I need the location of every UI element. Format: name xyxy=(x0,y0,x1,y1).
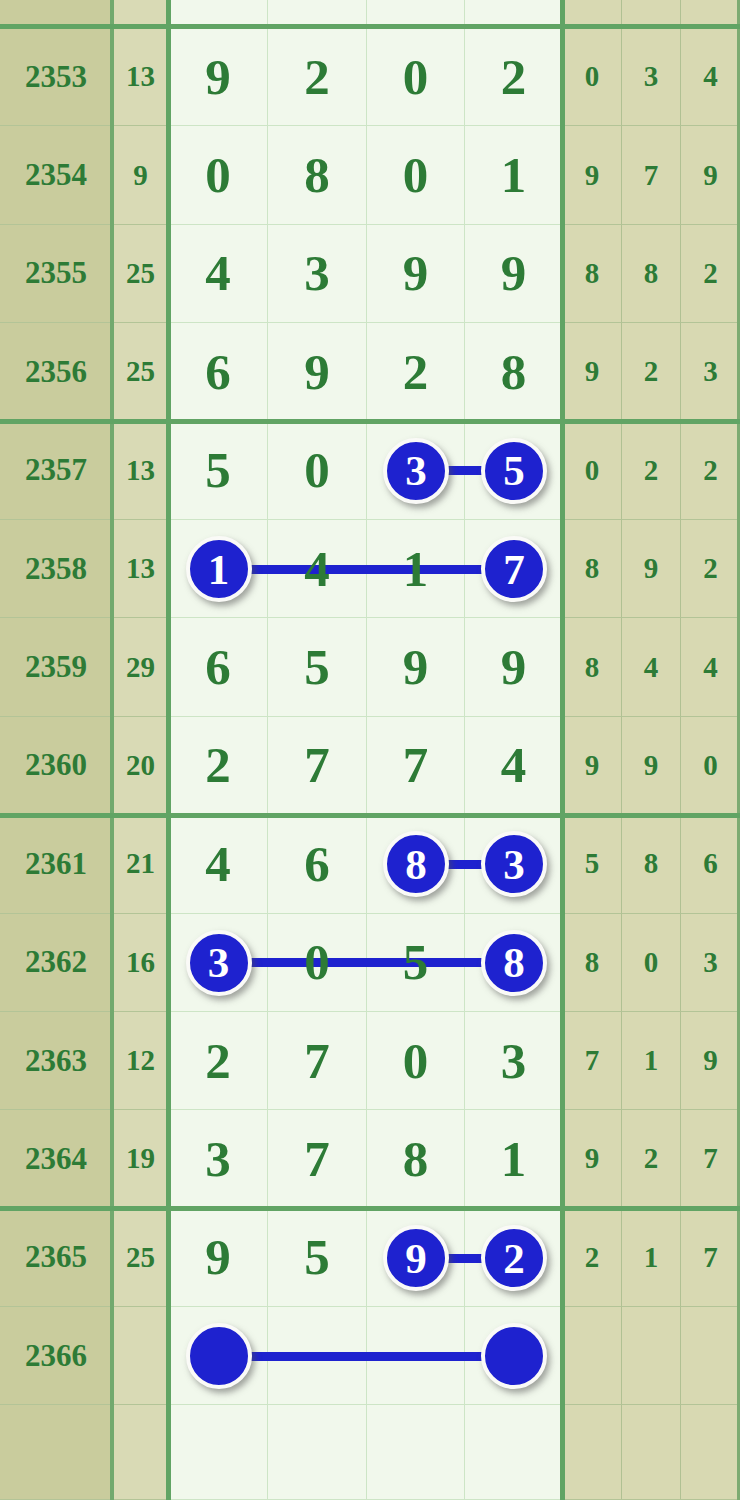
digit-cell-value: 9 xyxy=(205,48,231,106)
digit-cell-value: 9 xyxy=(205,1228,231,1286)
draw-cell: 2359 xyxy=(0,618,112,716)
digit-cell: 4 xyxy=(169,815,268,913)
extra-cell: 2 xyxy=(622,422,681,520)
draw-cell: 2363 xyxy=(0,1012,112,1110)
digit-cell: 9 xyxy=(169,28,268,126)
digit-cell: 2 xyxy=(169,1012,268,1110)
extra-cell: 0 xyxy=(681,717,740,815)
mark-circle xyxy=(481,1323,547,1389)
digit-cell-value: 9 xyxy=(304,343,330,401)
digit-cell-value: 1 xyxy=(501,1130,527,1188)
digit-cell: 4 xyxy=(169,225,268,323)
mark-connector xyxy=(219,958,515,967)
mark-circle xyxy=(186,1323,252,1389)
digit-cell: 0 xyxy=(268,422,367,520)
extra-cell xyxy=(681,1405,740,1500)
sum-cell xyxy=(112,1307,169,1405)
sum-cell: 13 xyxy=(112,520,169,618)
mark-circle: 1 xyxy=(186,536,252,602)
sum-cell xyxy=(112,1405,169,1500)
extra-cell xyxy=(563,1405,622,1500)
digit-cell-value: 4 xyxy=(205,244,231,302)
digit-cell xyxy=(169,1405,268,1500)
digit-cell-value: 0 xyxy=(403,1032,429,1090)
digit-cell: 8 xyxy=(268,126,367,224)
sum-cell: 29 xyxy=(112,618,169,716)
sum-cell: 16 xyxy=(112,914,169,1012)
mark-connector xyxy=(219,565,515,574)
extra-cell: 3 xyxy=(622,28,681,126)
digit-cell: 8 xyxy=(465,323,563,421)
digit-cell-value: 4 xyxy=(304,540,330,598)
digit-cell: 0 xyxy=(169,126,268,224)
digit-cell-value: 9 xyxy=(403,638,429,696)
digit-cell: 0 xyxy=(367,126,465,224)
digit-cell: 9 xyxy=(367,618,465,716)
sum-cell: 13 xyxy=(112,28,169,126)
mark-circle: 7 xyxy=(481,536,547,602)
extra-cell: 7 xyxy=(563,1012,622,1110)
column-separator-sum-digits xyxy=(166,0,171,1500)
digit-cell-value: 3 xyxy=(501,1032,527,1090)
digit-cell-value: 8 xyxy=(304,146,330,204)
digit-cell: 0 xyxy=(367,1012,465,1110)
digit-cell xyxy=(268,1405,367,1500)
mark-circle: 3 xyxy=(481,831,547,897)
extra-cell xyxy=(563,1307,622,1405)
extra-cell: 1 xyxy=(622,1012,681,1110)
mark-circle-label: 7 xyxy=(503,545,525,594)
extra-cell xyxy=(622,1405,681,1500)
digit-cell-value: 8 xyxy=(403,1130,429,1188)
column-separator-draw-sum xyxy=(110,0,114,1500)
digit-cell-value: 5 xyxy=(205,441,231,499)
digit-cell-value: 7 xyxy=(403,736,429,794)
digit-cell: 9 xyxy=(465,618,563,716)
digit-cell: 9 xyxy=(268,323,367,421)
digit-cell: 3 xyxy=(169,1110,268,1208)
extra-cell: 0 xyxy=(563,422,622,520)
digit-cell-value: 0 xyxy=(403,146,429,204)
extra-cell: 0 xyxy=(622,914,681,1012)
extra-cell: 2 xyxy=(622,1110,681,1208)
mark-circle-label: 9 xyxy=(405,1234,427,1283)
digit-cell: 5 xyxy=(268,1209,367,1307)
extra-cell: 7 xyxy=(681,1110,740,1208)
extra-cell: 8 xyxy=(622,225,681,323)
draw-cell: 2356 xyxy=(0,323,112,421)
extra-cell: 9 xyxy=(681,126,740,224)
mark-circle: 2 xyxy=(481,1225,547,1291)
digit-cell-value: 9 xyxy=(403,244,429,302)
digit-cell-value: 6 xyxy=(205,343,231,401)
extra-cell: 0 xyxy=(563,28,622,126)
sum-cell: 13 xyxy=(112,422,169,520)
digit-cell: 3 xyxy=(465,1012,563,1110)
sum-cell: 25 xyxy=(112,323,169,421)
extra-cell: 2 xyxy=(681,225,740,323)
draw-cell: 2364 xyxy=(0,1110,112,1208)
sum-cell: 9 xyxy=(112,126,169,224)
digit-cell: 7 xyxy=(268,1110,367,1208)
group-separator xyxy=(0,1206,740,1211)
group-separator xyxy=(0,419,740,424)
digit-cell: 9 xyxy=(169,1209,268,1307)
extra-cell: 2 xyxy=(681,520,740,618)
digit-cell-value: 2 xyxy=(501,48,527,106)
mark-circle: 3 xyxy=(383,438,449,504)
draw-cell: 2365 xyxy=(0,1209,112,1307)
mark-connector xyxy=(219,1352,515,1361)
digit-cell: 5 xyxy=(268,618,367,716)
extra-cell: 9 xyxy=(563,323,622,421)
digit-cell: 6 xyxy=(268,815,367,913)
draw-cell: 2362 xyxy=(0,914,112,1012)
digit-cell: 6 xyxy=(169,618,268,716)
extra-cell: 8 xyxy=(563,225,622,323)
digit-cell: 8 xyxy=(367,1110,465,1208)
draw-cell: 2355 xyxy=(0,225,112,323)
extra-cell xyxy=(681,1307,740,1405)
mark-circle: 9 xyxy=(383,1225,449,1291)
digit-cell: 7 xyxy=(367,717,465,815)
extra-cell: 4 xyxy=(622,618,681,716)
digit-cell-value: 0 xyxy=(205,146,231,204)
mark-circle-label: 3 xyxy=(208,938,230,987)
mark-circle-label: 5 xyxy=(503,446,525,495)
digit-cell-value: 6 xyxy=(304,835,330,893)
digit-cell-value: 7 xyxy=(304,1130,330,1188)
extra-cell: 9 xyxy=(563,1110,622,1208)
digit-cell: 6 xyxy=(169,323,268,421)
digit-cell xyxy=(465,1405,563,1500)
extra-cell: 9 xyxy=(681,1012,740,1110)
draw-cell: 2353 xyxy=(0,28,112,126)
extra-cell: 8 xyxy=(622,815,681,913)
digit-cell: 3 xyxy=(268,225,367,323)
extra-cell: 9 xyxy=(622,717,681,815)
digit-cell: 5 xyxy=(169,422,268,520)
digit-cell xyxy=(367,1405,465,1500)
mark-circle: 3 xyxy=(186,930,252,996)
mark-circle-label: 3 xyxy=(503,840,525,889)
extra-cell: 1 xyxy=(622,1209,681,1307)
digit-cell-value: 2 xyxy=(205,736,231,794)
digit-cell-value: 0 xyxy=(304,933,330,991)
digit-cell-value: 4 xyxy=(501,736,527,794)
extra-cell: 3 xyxy=(681,323,740,421)
digit-cell-value: 5 xyxy=(403,933,429,991)
group-separator xyxy=(0,24,740,29)
sum-cell: 21 xyxy=(112,815,169,913)
digit-cell-value: 2 xyxy=(403,343,429,401)
digit-cell-value: 8 xyxy=(501,343,527,401)
group-separator xyxy=(0,813,740,818)
extra-cell: 2 xyxy=(622,323,681,421)
sum-cell: 25 xyxy=(112,1209,169,1307)
digit-cell-value: 0 xyxy=(304,441,330,499)
digit-cell-value: 5 xyxy=(304,1228,330,1286)
mark-circle-label: 1 xyxy=(208,545,230,594)
extra-cell: 4 xyxy=(681,618,740,716)
digit-cell-value: 6 xyxy=(205,638,231,696)
digit-cell-value: 9 xyxy=(501,638,527,696)
digit-cell-value: 1 xyxy=(501,146,527,204)
digit-cell: 2 xyxy=(367,323,465,421)
digit-cell-value: 2 xyxy=(205,1032,231,1090)
extra-cell: 8 xyxy=(563,914,622,1012)
sum-cell: 25 xyxy=(112,225,169,323)
mark-circle: 8 xyxy=(383,831,449,897)
mark-circle-label: 3 xyxy=(405,446,427,495)
digit-cell: 9 xyxy=(367,225,465,323)
digit-cell-value: 2 xyxy=(304,48,330,106)
sum-cell: 19 xyxy=(112,1110,169,1208)
extra-cell xyxy=(622,1307,681,1405)
digit-cell: 7 xyxy=(268,717,367,815)
extra-cell: 2 xyxy=(563,1209,622,1307)
digit-cell: 0 xyxy=(367,28,465,126)
digit-cell: 4 xyxy=(465,717,563,815)
extra-cell: 2 xyxy=(681,422,740,520)
extra-cell: 7 xyxy=(622,126,681,224)
draw-cell: 2354 xyxy=(0,126,112,224)
draw-cell xyxy=(0,1405,112,1500)
digit-cell-value: 7 xyxy=(304,1032,330,1090)
lottery-chart-board: 2353139202034235490801979235525439988223… xyxy=(0,0,740,1500)
extra-cell: 9 xyxy=(563,717,622,815)
mark-circle-label: 2 xyxy=(503,1234,525,1283)
draw-cell: 2361 xyxy=(0,815,112,913)
extra-cell: 8 xyxy=(563,618,622,716)
extra-cell: 9 xyxy=(622,520,681,618)
digit-cell: 2 xyxy=(169,717,268,815)
draw-cell: 2360 xyxy=(0,717,112,815)
extra-cell: 9 xyxy=(563,126,622,224)
digit-cell-value: 3 xyxy=(205,1130,231,1188)
extra-cell: 8 xyxy=(563,520,622,618)
draw-cell: 2358 xyxy=(0,520,112,618)
extra-cell: 3 xyxy=(681,914,740,1012)
extra-cell: 7 xyxy=(681,1209,740,1307)
extra-cell: 4 xyxy=(681,28,740,126)
digit-cell: 1 xyxy=(465,126,563,224)
mark-circle-label: 8 xyxy=(405,840,427,889)
digit-cell-value: 5 xyxy=(304,638,330,696)
mark-circle-label: 8 xyxy=(503,938,525,987)
digit-cell-value: 7 xyxy=(304,736,330,794)
extra-cell: 6 xyxy=(681,815,740,913)
digit-cell-value: 4 xyxy=(205,835,231,893)
digit-cell-value: 3 xyxy=(304,244,330,302)
mark-circle: 8 xyxy=(481,930,547,996)
digit-cell-value: 0 xyxy=(403,48,429,106)
sum-cell: 12 xyxy=(112,1012,169,1110)
digit-cell-value: 1 xyxy=(403,540,429,598)
sum-cell: 20 xyxy=(112,717,169,815)
digit-cell: 1 xyxy=(465,1110,563,1208)
draw-cell: 2357 xyxy=(0,422,112,520)
draw-cell: 2366 xyxy=(0,1307,112,1405)
digit-cell: 9 xyxy=(465,225,563,323)
digit-cell: 2 xyxy=(465,28,563,126)
column-separator-digits-extra xyxy=(560,0,565,1500)
digit-cell-value: 9 xyxy=(501,244,527,302)
digit-cell: 2 xyxy=(268,28,367,126)
mark-circle: 5 xyxy=(481,438,547,504)
extra-cell: 5 xyxy=(563,815,622,913)
digit-cell: 7 xyxy=(268,1012,367,1110)
